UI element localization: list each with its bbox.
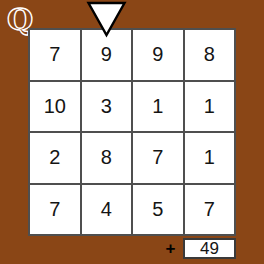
grid-cell-r3c3[interactable]: 7 — [185, 185, 235, 235]
grid-cell-r1c3[interactable]: 1 — [185, 82, 235, 132]
game-board-background: Q 7 9 9 8 10 3 1 1 2 8 7 1 7 4 5 7 + 49 — [0, 0, 264, 264]
grid-cell-r0c1[interactable]: 9 — [82, 30, 132, 80]
grid-cell-r3c1[interactable]: 4 — [82, 185, 132, 235]
grid-cell-r2c0[interactable]: 2 — [30, 133, 80, 183]
grid-cell-r1c2[interactable]: 1 — [133, 82, 183, 132]
number-grid: 7 9 9 8 10 3 1 1 2 8 7 1 7 4 5 7 — [28, 28, 236, 236]
grid-cell-r1c1[interactable]: 3 — [82, 82, 132, 132]
grid-cell-r2c2[interactable]: 7 — [133, 133, 183, 183]
grid-cell-r2c1[interactable]: 8 — [82, 133, 132, 183]
grid-cell-r0c2[interactable]: 9 — [133, 30, 183, 80]
grid-cell-r3c2[interactable]: 5 — [133, 185, 183, 235]
grid-cell-r3c0[interactable]: 7 — [30, 185, 80, 235]
score-plus-operator: + — [160, 238, 181, 259]
grid-cell-r0c0[interactable]: 7 — [30, 30, 80, 80]
score-value: 49 — [200, 239, 219, 259]
grid-cell-r0c3[interactable]: 8 — [185, 30, 235, 80]
grid-cell-r1c0[interactable]: 10 — [30, 82, 80, 132]
grid-cell-r2c3[interactable]: 1 — [185, 133, 235, 183]
score-value-box: 49 — [183, 238, 236, 259]
